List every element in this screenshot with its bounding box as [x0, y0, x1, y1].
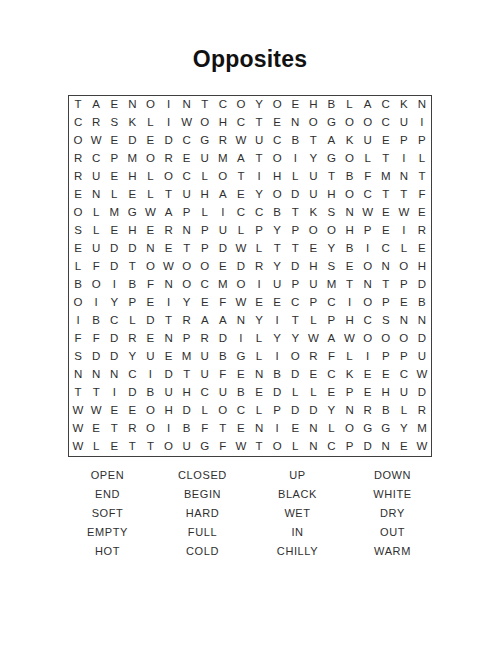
grid-cell-r11c5: F — [141, 276, 159, 294]
grid-cell-r5c1: R — [69, 168, 87, 186]
grid-cell-r17c16: P — [341, 384, 359, 402]
grid-cell-r5c7: C — [178, 168, 196, 186]
grid-cell-r4c7: E — [178, 150, 196, 168]
grid-cell-r5c19: N — [395, 168, 413, 186]
grid-cell-r6c16: O — [341, 186, 359, 204]
grid-cell-r9c13: T — [286, 240, 304, 258]
word-black: BLACK — [250, 485, 345, 504]
grid-cell-r9c5: N — [141, 240, 159, 258]
word-chilly: CHILLY — [250, 542, 345, 561]
grid-cell-r6c7: U — [178, 186, 196, 204]
grid-cell-r10c19: O — [395, 258, 413, 276]
grid-cell-r18c5: O — [141, 402, 159, 420]
grid-cell-r13c3: C — [105, 312, 123, 330]
grid-cell-r9c19: L — [395, 240, 413, 258]
grid-cell-r6c1: E — [69, 186, 87, 204]
grid-cell-r16c13: D — [286, 366, 304, 384]
grid-cell-r13c8: A — [196, 312, 214, 330]
grid-cell-r4c13: I — [286, 150, 304, 168]
grid-cell-r12c1: O — [69, 294, 87, 312]
grid-cell-r20c15: C — [322, 438, 340, 456]
grid-cell-r17c14: L — [304, 384, 322, 402]
grid-cell-r20c18: N — [377, 438, 395, 456]
grid-cell-r3c18: E — [377, 132, 395, 150]
grid-cell-r7c8: L — [196, 204, 214, 222]
grid-cell-r17c3: I — [105, 384, 123, 402]
grid-cell-r9c17: I — [359, 240, 377, 258]
grid-cell-r5c9: O — [214, 168, 232, 186]
word-out: OUT — [345, 523, 440, 542]
grid-cell-r3c4: D — [123, 132, 141, 150]
grid-cell-r20c19: E — [395, 438, 413, 456]
grid-cell-r14c19: O — [395, 330, 413, 348]
grid-cell-r16c9: F — [214, 366, 232, 384]
grid-cell-r20c4: T — [123, 438, 141, 456]
grid-cell-r8c3: E — [105, 222, 123, 240]
grid-cell-r20c13: L — [286, 438, 304, 456]
word-begin: BEGIN — [155, 485, 250, 504]
grid-cell-r3c6: D — [160, 132, 178, 150]
word-hot: HOT — [60, 542, 155, 561]
grid-cell-r13c4: L — [123, 312, 141, 330]
grid-cell-r14c2: F — [87, 330, 105, 348]
grid-cell-r12c9: F — [214, 294, 232, 312]
grid-cell-r2c14: O — [304, 114, 322, 132]
grid-cell-r18c6: H — [160, 402, 178, 420]
grid-cell-r14c10: I — [232, 330, 250, 348]
grid-cell-r19c3: T — [105, 420, 123, 438]
grid-cell-r11c16: T — [341, 276, 359, 294]
grid-cell-r17c17: E — [359, 384, 377, 402]
grid-cell-r10c2: F — [87, 258, 105, 276]
grid-cell-r18c7: D — [178, 402, 196, 420]
grid-cell-r4c9: M — [214, 150, 232, 168]
grid-cell-r11c9: M — [214, 276, 232, 294]
grid-cell-r11c13: P — [286, 276, 304, 294]
word-up: UP — [250, 466, 345, 485]
grid-cell-r9c11: L — [250, 240, 268, 258]
grid-cell-r18c11: L — [250, 402, 268, 420]
grid-cell-r5c5: L — [141, 168, 159, 186]
grid-cell-r2c11: T — [250, 114, 268, 132]
grid-cell-r6c11: Y — [250, 186, 268, 204]
grid-cell-r15c10: G — [232, 348, 250, 366]
grid-cell-r2c10: C — [232, 114, 250, 132]
word-white: WHITE — [345, 485, 440, 504]
grid-cell-r16c7: T — [178, 366, 196, 384]
grid-cell-r17c5: B — [141, 384, 159, 402]
grid-cell-r7c2: L — [87, 204, 105, 222]
grid-cell-r13c11: Y — [250, 312, 268, 330]
grid-cell-r4c5: O — [141, 150, 159, 168]
grid-cell-r12c5: E — [141, 294, 159, 312]
grid-cell-r14c5: E — [141, 330, 159, 348]
grid-cell-r8c6: R — [160, 222, 178, 240]
grid-cell-r8c10: L — [232, 222, 250, 240]
grid-cell-r15c1: S — [69, 348, 87, 366]
grid-cell-r5c14: U — [304, 168, 322, 186]
grid-cell-r11c10: O — [232, 276, 250, 294]
grid-cell-r20c2: L — [87, 438, 105, 456]
grid-cell-r10c1: L — [69, 258, 87, 276]
grid-cell-r13c14: L — [304, 312, 322, 330]
grid-cell-r16c20: W — [413, 366, 431, 384]
grid-cell-r12c8: E — [196, 294, 214, 312]
grid-cell-r18c13: D — [286, 402, 304, 420]
grid-cell-r7c4: G — [123, 204, 141, 222]
grid-cell-r17c2: T — [87, 384, 105, 402]
grid-cell-r10c13: D — [286, 258, 304, 276]
puzzle-title: Opposites — [0, 46, 500, 73]
grid-cell-r17c11: E — [250, 384, 268, 402]
grid-cell-r11c20: D — [413, 276, 431, 294]
grid-cell-r13c20: N — [413, 312, 431, 330]
grid-cell-r8c8: P — [196, 222, 214, 240]
grid-cell-r12c20: B — [413, 294, 431, 312]
grid-cell-r20c17: D — [359, 438, 377, 456]
grid-cell-r6c13: D — [286, 186, 304, 204]
grid-cell-r18c1: W — [69, 402, 87, 420]
grid-cell-r8c7: N — [178, 222, 196, 240]
grid-cell-r2c3: S — [105, 114, 123, 132]
grid-cell-r6c15: H — [322, 186, 340, 204]
grid-cell-r12c19: E — [395, 294, 413, 312]
grid-cell-r20c14: N — [304, 438, 322, 456]
grid-cell-r14c8: R — [196, 330, 214, 348]
grid-cell-r5c6: O — [160, 168, 178, 186]
grid-cell-r7c6: A — [160, 204, 178, 222]
grid-cell-r16c14: E — [304, 366, 322, 384]
grid-cell-r16c19: C — [395, 366, 413, 384]
grid-cell-r10c7: O — [178, 258, 196, 276]
grid-cell-r14c13: Y — [286, 330, 304, 348]
grid-cell-r19c4: R — [123, 420, 141, 438]
grid-cell-r18c9: O — [214, 402, 232, 420]
grid-cell-r2c15: G — [322, 114, 340, 132]
grid-cell-r10c16: E — [341, 258, 359, 276]
grid-cell-r2c20: I — [413, 114, 431, 132]
grid-cell-r20c7: U — [178, 438, 196, 456]
grid-cell-r19c5: O — [141, 420, 159, 438]
grid-cell-r5c8: L — [196, 168, 214, 186]
grid-cell-r6c14: U — [304, 186, 322, 204]
grid-cell-r7c18: E — [377, 204, 395, 222]
grid-cell-r17c20: D — [413, 384, 431, 402]
word-wet: WET — [250, 504, 345, 523]
grid-cell-r5c16: B — [341, 168, 359, 186]
grid-cell-r14c12: Y — [268, 330, 286, 348]
grid-cell-r8c9: U — [214, 222, 232, 240]
grid-cell-r11c1: B — [69, 276, 87, 294]
grid-cell-r11c2: O — [87, 276, 105, 294]
grid-cell-r2c4: K — [123, 114, 141, 132]
grid-cell-r14c18: O — [377, 330, 395, 348]
grid-cell-r19c19: Y — [395, 420, 413, 438]
grid-cell-r7c20: E — [413, 204, 431, 222]
grid-cell-r11c7: O — [178, 276, 196, 294]
grid-cell-r13c15: P — [322, 312, 340, 330]
grid-cell-r3c5: E — [141, 132, 159, 150]
grid-cell-r4c18: T — [377, 150, 395, 168]
grid-cell-r19c18: G — [377, 420, 395, 438]
grid-cell-r19c12: I — [268, 420, 286, 438]
grid-cell-r20c5: T — [141, 438, 159, 456]
grid-cell-r5c13: L — [286, 168, 304, 186]
grid-cell-r17c10: B — [232, 384, 250, 402]
grid-cell-r14c1: F — [69, 330, 87, 348]
grid-cell-r3c16: K — [341, 132, 359, 150]
grid-cell-r10c18: N — [377, 258, 395, 276]
grid-cell-r20c1: W — [69, 438, 87, 456]
grid-cell-r17c19: U — [395, 384, 413, 402]
grid-cell-r8c16: H — [341, 222, 359, 240]
grid-cell-r18c14: D — [304, 402, 322, 420]
grid-cell-r8c18: E — [377, 222, 395, 240]
grid-cell-r14c6: N — [160, 330, 178, 348]
grid-cell-r12c11: E — [250, 294, 268, 312]
grid-cell-r5c4: H — [123, 168, 141, 186]
grid-cell-r6c20: F — [413, 186, 431, 204]
grid-cell-r17c15: E — [322, 384, 340, 402]
grid-cell-r18c17: R — [359, 402, 377, 420]
grid-cell-r1c11: Y — [250, 96, 268, 114]
grid-cell-r20c12: O — [268, 438, 286, 456]
grid-cell-r7c10: C — [232, 204, 250, 222]
grid-cell-r18c18: B — [377, 402, 395, 420]
word-open: OPEN — [60, 466, 155, 485]
grid-cell-r18c10: C — [232, 402, 250, 420]
grid-cell-r3c8: G — [196, 132, 214, 150]
grid-cell-r1c20: N — [413, 96, 431, 114]
grid-cell-r6c19: T — [395, 186, 413, 204]
grid-cell-r9c2: U — [87, 240, 105, 258]
grid-cell-r10c8: O — [196, 258, 214, 276]
grid-cell-r19c17: G — [359, 420, 377, 438]
grid-cell-r2c17: O — [359, 114, 377, 132]
grid-cell-r11c19: P — [395, 276, 413, 294]
grid-cell-r6c12: O — [268, 186, 286, 204]
grid-cell-r12c13: C — [286, 294, 304, 312]
grid-cell-r3c14: T — [304, 132, 322, 150]
grid-cell-r20c8: G — [196, 438, 214, 456]
grid-cell-r15c17: I — [359, 348, 377, 366]
grid-cell-r8c19: I — [395, 222, 413, 240]
grid-cell-r12c18: P — [377, 294, 395, 312]
grid-cell-r20c11: T — [250, 438, 268, 456]
grid-cell-r10c15: S — [322, 258, 340, 276]
grid-cell-r14c3: D — [105, 330, 123, 348]
grid-cell-r15c18: P — [377, 348, 395, 366]
grid-cell-r2c7: W — [178, 114, 196, 132]
grid-cell-r8c20: R — [413, 222, 431, 240]
grid-cell-r15c12: I — [268, 348, 286, 366]
grid-cell-r7c19: W — [395, 204, 413, 222]
grid-cell-r13c12: I — [268, 312, 286, 330]
grid-cell-r7c1: O — [69, 204, 87, 222]
grid-cell-r18c15: Y — [322, 402, 340, 420]
grid-cell-r15c6: E — [160, 348, 178, 366]
grid-cell-r9c6: E — [160, 240, 178, 258]
grid-cell-r2c13: N — [286, 114, 304, 132]
grid-cell-r1c1: T — [69, 96, 87, 114]
grid-cell-r4c11: T — [250, 150, 268, 168]
grid-cell-r17c9: U — [214, 384, 232, 402]
grid-cell-r6c8: H — [196, 186, 214, 204]
grid-cell-r14c17: O — [359, 330, 377, 348]
grid-cell-r4c4: M — [123, 150, 141, 168]
grid-cell-r16c8: U — [196, 366, 214, 384]
grid-cell-r2c18: C — [377, 114, 395, 132]
grid-cell-r18c12: P — [268, 402, 286, 420]
grid-cell-r9c18: C — [377, 240, 395, 258]
grid-cell-r12c16: I — [341, 294, 359, 312]
grid-cell-r19c11: N — [250, 420, 268, 438]
grid-cell-r13c2: B — [87, 312, 105, 330]
grid-cell-r1c14: H — [304, 96, 322, 114]
grid-cell-r1c7: N — [178, 96, 196, 114]
grid-cell-r12c17: O — [359, 294, 377, 312]
grid-cell-r2c2: R — [87, 114, 105, 132]
grid-cell-r14c15: A — [322, 330, 340, 348]
word-in: IN — [250, 523, 345, 542]
grid-cell-r19c6: I — [160, 420, 178, 438]
puzzle-page: Opposites TAENOINTCOYOEHBLACKNCRSKLIWOHC… — [0, 0, 500, 647]
grid-cell-r20c6: O — [160, 438, 178, 456]
grid-cell-r9c4: D — [123, 240, 141, 258]
grid-cell-r15c8: U — [196, 348, 214, 366]
grid-cell-r4c16: O — [341, 150, 359, 168]
grid-cell-r16c2: N — [87, 366, 105, 384]
grid-cell-r19c1: W — [69, 420, 87, 438]
word-search-grid: TAENOINTCOYOEHBLACKNCRSKLIWOHCTENOGOOCUI… — [68, 95, 432, 457]
grid-cell-r9c7: T — [178, 240, 196, 258]
grid-cell-r7c13: T — [286, 204, 304, 222]
grid-cell-r11c18: T — [377, 276, 395, 294]
grid-cell-r1c10: O — [232, 96, 250, 114]
grid-cell-r11c6: N — [160, 276, 178, 294]
grid-cell-r17c1: T — [69, 384, 87, 402]
grid-cell-r19c7: B — [178, 420, 196, 438]
grid-cell-r2c5: L — [141, 114, 159, 132]
word-warm: WARM — [345, 542, 440, 561]
grid-cell-r1c4: N — [123, 96, 141, 114]
grid-cell-r6c17: C — [359, 186, 377, 204]
grid-cell-r9c20: E — [413, 240, 431, 258]
grid-cell-r15c2: D — [87, 348, 105, 366]
grid-cell-r4c1: R — [69, 150, 87, 168]
grid-cell-r13c6: T — [160, 312, 178, 330]
grid-cell-r10c12: Y — [268, 258, 286, 276]
grid-cell-r4c17: L — [359, 150, 377, 168]
grid-cell-r9c10: W — [232, 240, 250, 258]
grid-cell-r3c7: C — [178, 132, 196, 150]
grid-cell-r19c16: O — [341, 420, 359, 438]
grid-cell-r1c12: O — [268, 96, 286, 114]
grid-cell-r5c10: T — [232, 168, 250, 186]
grid-cell-r4c14: Y — [304, 150, 322, 168]
grid-cell-r11c17: N — [359, 276, 377, 294]
grid-cell-r9c1: E — [69, 240, 87, 258]
grid-cell-r8c2: L — [87, 222, 105, 240]
grid-cell-r16c1: N — [69, 366, 87, 384]
grid-cell-r13c7: R — [178, 312, 196, 330]
grid-cell-r1c13: E — [286, 96, 304, 114]
grid-cell-r16c15: C — [322, 366, 340, 384]
grid-cell-r18c16: N — [341, 402, 359, 420]
grid-cell-r2c9: H — [214, 114, 232, 132]
grid-cell-r1c2: A — [87, 96, 105, 114]
grid-cell-r12c12: E — [268, 294, 286, 312]
grid-cell-r13c13: T — [286, 312, 304, 330]
grid-cell-r14c14: W — [304, 330, 322, 348]
grid-cell-r2c1: C — [69, 114, 87, 132]
grid-cell-r1c15: B — [322, 96, 340, 114]
grid-cell-r3c12: C — [268, 132, 286, 150]
grid-cell-r8c11: P — [250, 222, 268, 240]
grid-cell-r19c10: E — [232, 420, 250, 438]
grid-cell-r6c9: A — [214, 186, 232, 204]
grid-cell-r11c8: C — [196, 276, 214, 294]
grid-cell-r2c16: O — [341, 114, 359, 132]
grid-cell-r5c11: I — [250, 168, 268, 186]
grid-cell-r4c8: U — [196, 150, 214, 168]
word-full: FULL — [155, 523, 250, 542]
grid-cell-r4c10: A — [232, 150, 250, 168]
grid-cell-r8c4: H — [123, 222, 141, 240]
grid-cell-r12c10: W — [232, 294, 250, 312]
grid-cell-r13c18: S — [377, 312, 395, 330]
grid-cell-r8c5: E — [141, 222, 159, 240]
grid-cell-r7c3: M — [105, 204, 123, 222]
grid-cell-r13c9: A — [214, 312, 232, 330]
grid-cell-r1c5: O — [141, 96, 159, 114]
grid-cell-r19c15: L — [322, 420, 340, 438]
grid-cell-r5c3: E — [105, 168, 123, 186]
grid-cell-r11c12: U — [268, 276, 286, 294]
grid-cell-r9c16: B — [341, 240, 359, 258]
grid-cell-r17c12: D — [268, 384, 286, 402]
grid-cell-r12c3: Y — [105, 294, 123, 312]
grid-cell-r5c12: H — [268, 168, 286, 186]
grid-cell-r13c19: N — [395, 312, 413, 330]
grid-cell-r17c13: L — [286, 384, 304, 402]
grid-cell-r19c20: M — [413, 420, 431, 438]
grid-cell-r19c14: N — [304, 420, 322, 438]
grid-cell-r13c1: I — [69, 312, 87, 330]
grid-cell-r12c14: P — [304, 294, 322, 312]
grid-cell-r4c20: L — [413, 150, 431, 168]
grid-cell-r18c20: R — [413, 402, 431, 420]
grid-cell-r14c16: W — [341, 330, 359, 348]
grid-cell-r9c3: D — [105, 240, 123, 258]
word-dry: DRY — [345, 504, 440, 523]
word-soft: SOFT — [60, 504, 155, 523]
grid-cell-r9c12: T — [268, 240, 286, 258]
grid-cell-r15c13: O — [286, 348, 304, 366]
grid-cell-r9c14: E — [304, 240, 322, 258]
grid-cell-r7c7: P — [178, 204, 196, 222]
grid-cell-r5c18: M — [377, 168, 395, 186]
grid-cell-r16c10: E — [232, 366, 250, 384]
grid-cell-r11c15: M — [322, 276, 340, 294]
grid-cell-r17c7: H — [178, 384, 196, 402]
grid-cell-r16c18: E — [377, 366, 395, 384]
grid-cell-r9c15: Y — [322, 240, 340, 258]
grid-cell-r14c4: R — [123, 330, 141, 348]
grid-cell-r9c9: D — [214, 240, 232, 258]
grid-cell-r13c17: C — [359, 312, 377, 330]
grid-cell-r3c19: P — [395, 132, 413, 150]
